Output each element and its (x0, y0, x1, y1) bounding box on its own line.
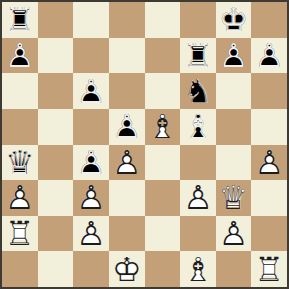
black-queen-icon: ♛♕ (2, 145, 38, 181)
white-pawn-outline: ♙ (73, 180, 109, 216)
white-pawn-outline: ♙ (73, 216, 109, 252)
white-king-outline: ♔ (109, 251, 145, 287)
white-pawn-icon: ♟♙ (216, 216, 252, 252)
white-king-icon: ♚♔ (109, 251, 145, 287)
white-pawn-icon: ♟♙ (2, 180, 38, 216)
square-d3[interactable] (109, 180, 145, 216)
white-pawn-icon: ♟♙ (109, 145, 145, 181)
white-pawn-outline: ♙ (2, 180, 38, 216)
square-e1[interactable] (145, 251, 181, 287)
black-rook-icon: ♜♖ (2, 2, 38, 38)
white-pawn-icon: ♟♙ (73, 180, 109, 216)
square-b8[interactable] (38, 2, 74, 38)
white-bishop-icon: ♝♗ (145, 109, 181, 145)
square-a8[interactable]: ♜♖ (2, 2, 38, 38)
square-f4[interactable] (180, 145, 216, 181)
white-pawn-outline: ♙ (251, 145, 287, 181)
square-b6[interactable] (38, 73, 74, 109)
white-bishop-outline: ♗ (145, 109, 181, 145)
square-f3[interactable]: ♟♙ (180, 180, 216, 216)
white-pawn-outline: ♙ (216, 216, 252, 252)
square-d6[interactable] (109, 73, 145, 109)
square-g8[interactable]: ♚♔ (216, 2, 252, 38)
square-b5[interactable] (38, 109, 74, 145)
white-rook-icon: ♜♖ (2, 216, 38, 252)
black-rook-icon: ♜♖ (180, 38, 216, 74)
square-a5[interactable] (2, 109, 38, 145)
white-rook-outline: ♖ (2, 216, 38, 252)
black-pawn-icon: ♟♙ (2, 38, 38, 74)
square-h7[interactable]: ♟♙ (251, 38, 287, 74)
square-e3[interactable] (145, 180, 181, 216)
square-c5[interactable] (73, 109, 109, 145)
black-queen-outline: ♕ (2, 145, 38, 181)
black-pawn-outline: ♙ (73, 73, 109, 109)
square-d1[interactable]: ♚♔ (109, 251, 145, 287)
square-d8[interactable] (109, 2, 145, 38)
square-f6[interactable]: ♞♘ (180, 73, 216, 109)
square-b2[interactable] (38, 216, 74, 252)
white-pawn-icon: ♟♙ (180, 180, 216, 216)
square-g3[interactable]: ♛♕ (216, 180, 252, 216)
black-pawn-icon: ♟♙ (109, 109, 145, 145)
square-a6[interactable] (2, 73, 38, 109)
black-pawn-outline: ♙ (251, 38, 287, 74)
chess-board: ♜♖♚♔♟♙♜♖♟♙♟♙♟♙♞♘♟♙♝♗♝♗♛♕♟♙♟♙♟♙♟♙♟♙♟♙♛♕♜♖… (0, 0, 289, 289)
black-pawn-icon: ♟♙ (251, 38, 287, 74)
square-g4[interactable] (216, 145, 252, 181)
square-h5[interactable] (251, 109, 287, 145)
white-rook-icon: ♜♖ (251, 251, 287, 287)
square-h2[interactable] (251, 216, 287, 252)
square-f7[interactable]: ♜♖ (180, 38, 216, 74)
black-pawn-outline: ♙ (109, 109, 145, 145)
square-h8[interactable] (251, 2, 287, 38)
square-e6[interactable] (145, 73, 181, 109)
square-g1[interactable] (216, 251, 252, 287)
square-d5[interactable]: ♟♙ (109, 109, 145, 145)
black-pawn-icon: ♟♙ (216, 38, 252, 74)
square-e7[interactable] (145, 38, 181, 74)
square-f5[interactable]: ♝♗ (180, 109, 216, 145)
square-f2[interactable] (180, 216, 216, 252)
square-c7[interactable] (73, 38, 109, 74)
square-h6[interactable] (251, 73, 287, 109)
black-pawn-icon: ♟♙ (73, 73, 109, 109)
black-pawn-outline: ♙ (216, 38, 252, 74)
square-d2[interactable] (109, 216, 145, 252)
square-f1[interactable]: ♝♗ (180, 251, 216, 287)
square-f8[interactable] (180, 2, 216, 38)
square-c4[interactable]: ♟♙ (73, 145, 109, 181)
black-rook-outline: ♖ (180, 38, 216, 74)
square-g5[interactable] (216, 109, 252, 145)
square-h3[interactable] (251, 180, 287, 216)
black-bishop-outline: ♗ (180, 109, 216, 145)
black-rook-outline: ♖ (2, 2, 38, 38)
square-h1[interactable]: ♜♖ (251, 251, 287, 287)
black-bishop-icon: ♝♗ (180, 109, 216, 145)
black-king-icon: ♚♔ (216, 2, 252, 38)
white-bishop-icon: ♝♗ (180, 251, 216, 287)
square-e5[interactable]: ♝♗ (145, 109, 181, 145)
square-b1[interactable] (38, 251, 74, 287)
white-bishop-outline: ♗ (180, 251, 216, 287)
square-a4[interactable]: ♛♕ (2, 145, 38, 181)
white-queen-icon: ♛♕ (216, 180, 252, 216)
square-a7[interactable]: ♟♙ (2, 38, 38, 74)
square-d7[interactable] (109, 38, 145, 74)
white-pawn-outline: ♙ (109, 145, 145, 181)
square-e4[interactable] (145, 145, 181, 181)
black-knight-icon: ♞♘ (180, 73, 216, 109)
square-c1[interactable] (73, 251, 109, 287)
square-a3[interactable]: ♟♙ (2, 180, 38, 216)
square-a1[interactable] (2, 251, 38, 287)
white-rook-outline: ♖ (251, 251, 287, 287)
white-pawn-icon: ♟♙ (73, 216, 109, 252)
square-g6[interactable] (216, 73, 252, 109)
square-b4[interactable] (38, 145, 74, 181)
square-b3[interactable] (38, 180, 74, 216)
black-pawn-icon: ♟♙ (73, 145, 109, 181)
square-e2[interactable] (145, 216, 181, 252)
square-g2[interactable]: ♟♙ (216, 216, 252, 252)
square-g7[interactable]: ♟♙ (216, 38, 252, 74)
square-c8[interactable] (73, 2, 109, 38)
square-a2[interactable]: ♜♖ (2, 216, 38, 252)
white-queen-outline: ♕ (216, 180, 252, 216)
black-king-outline: ♔ (216, 2, 252, 38)
black-pawn-outline: ♙ (73, 145, 109, 181)
black-pawn-outline: ♙ (2, 38, 38, 74)
square-h4[interactable]: ♟♙ (251, 145, 287, 181)
square-b7[interactable] (38, 38, 74, 74)
square-c2[interactable]: ♟♙ (73, 216, 109, 252)
black-knight-outline: ♘ (180, 73, 216, 109)
white-pawn-icon: ♟♙ (251, 145, 287, 181)
white-pawn-outline: ♙ (180, 180, 216, 216)
square-d4[interactable]: ♟♙ (109, 145, 145, 181)
square-e8[interactable] (145, 2, 181, 38)
square-c3[interactable]: ♟♙ (73, 180, 109, 216)
square-c6[interactable]: ♟♙ (73, 73, 109, 109)
